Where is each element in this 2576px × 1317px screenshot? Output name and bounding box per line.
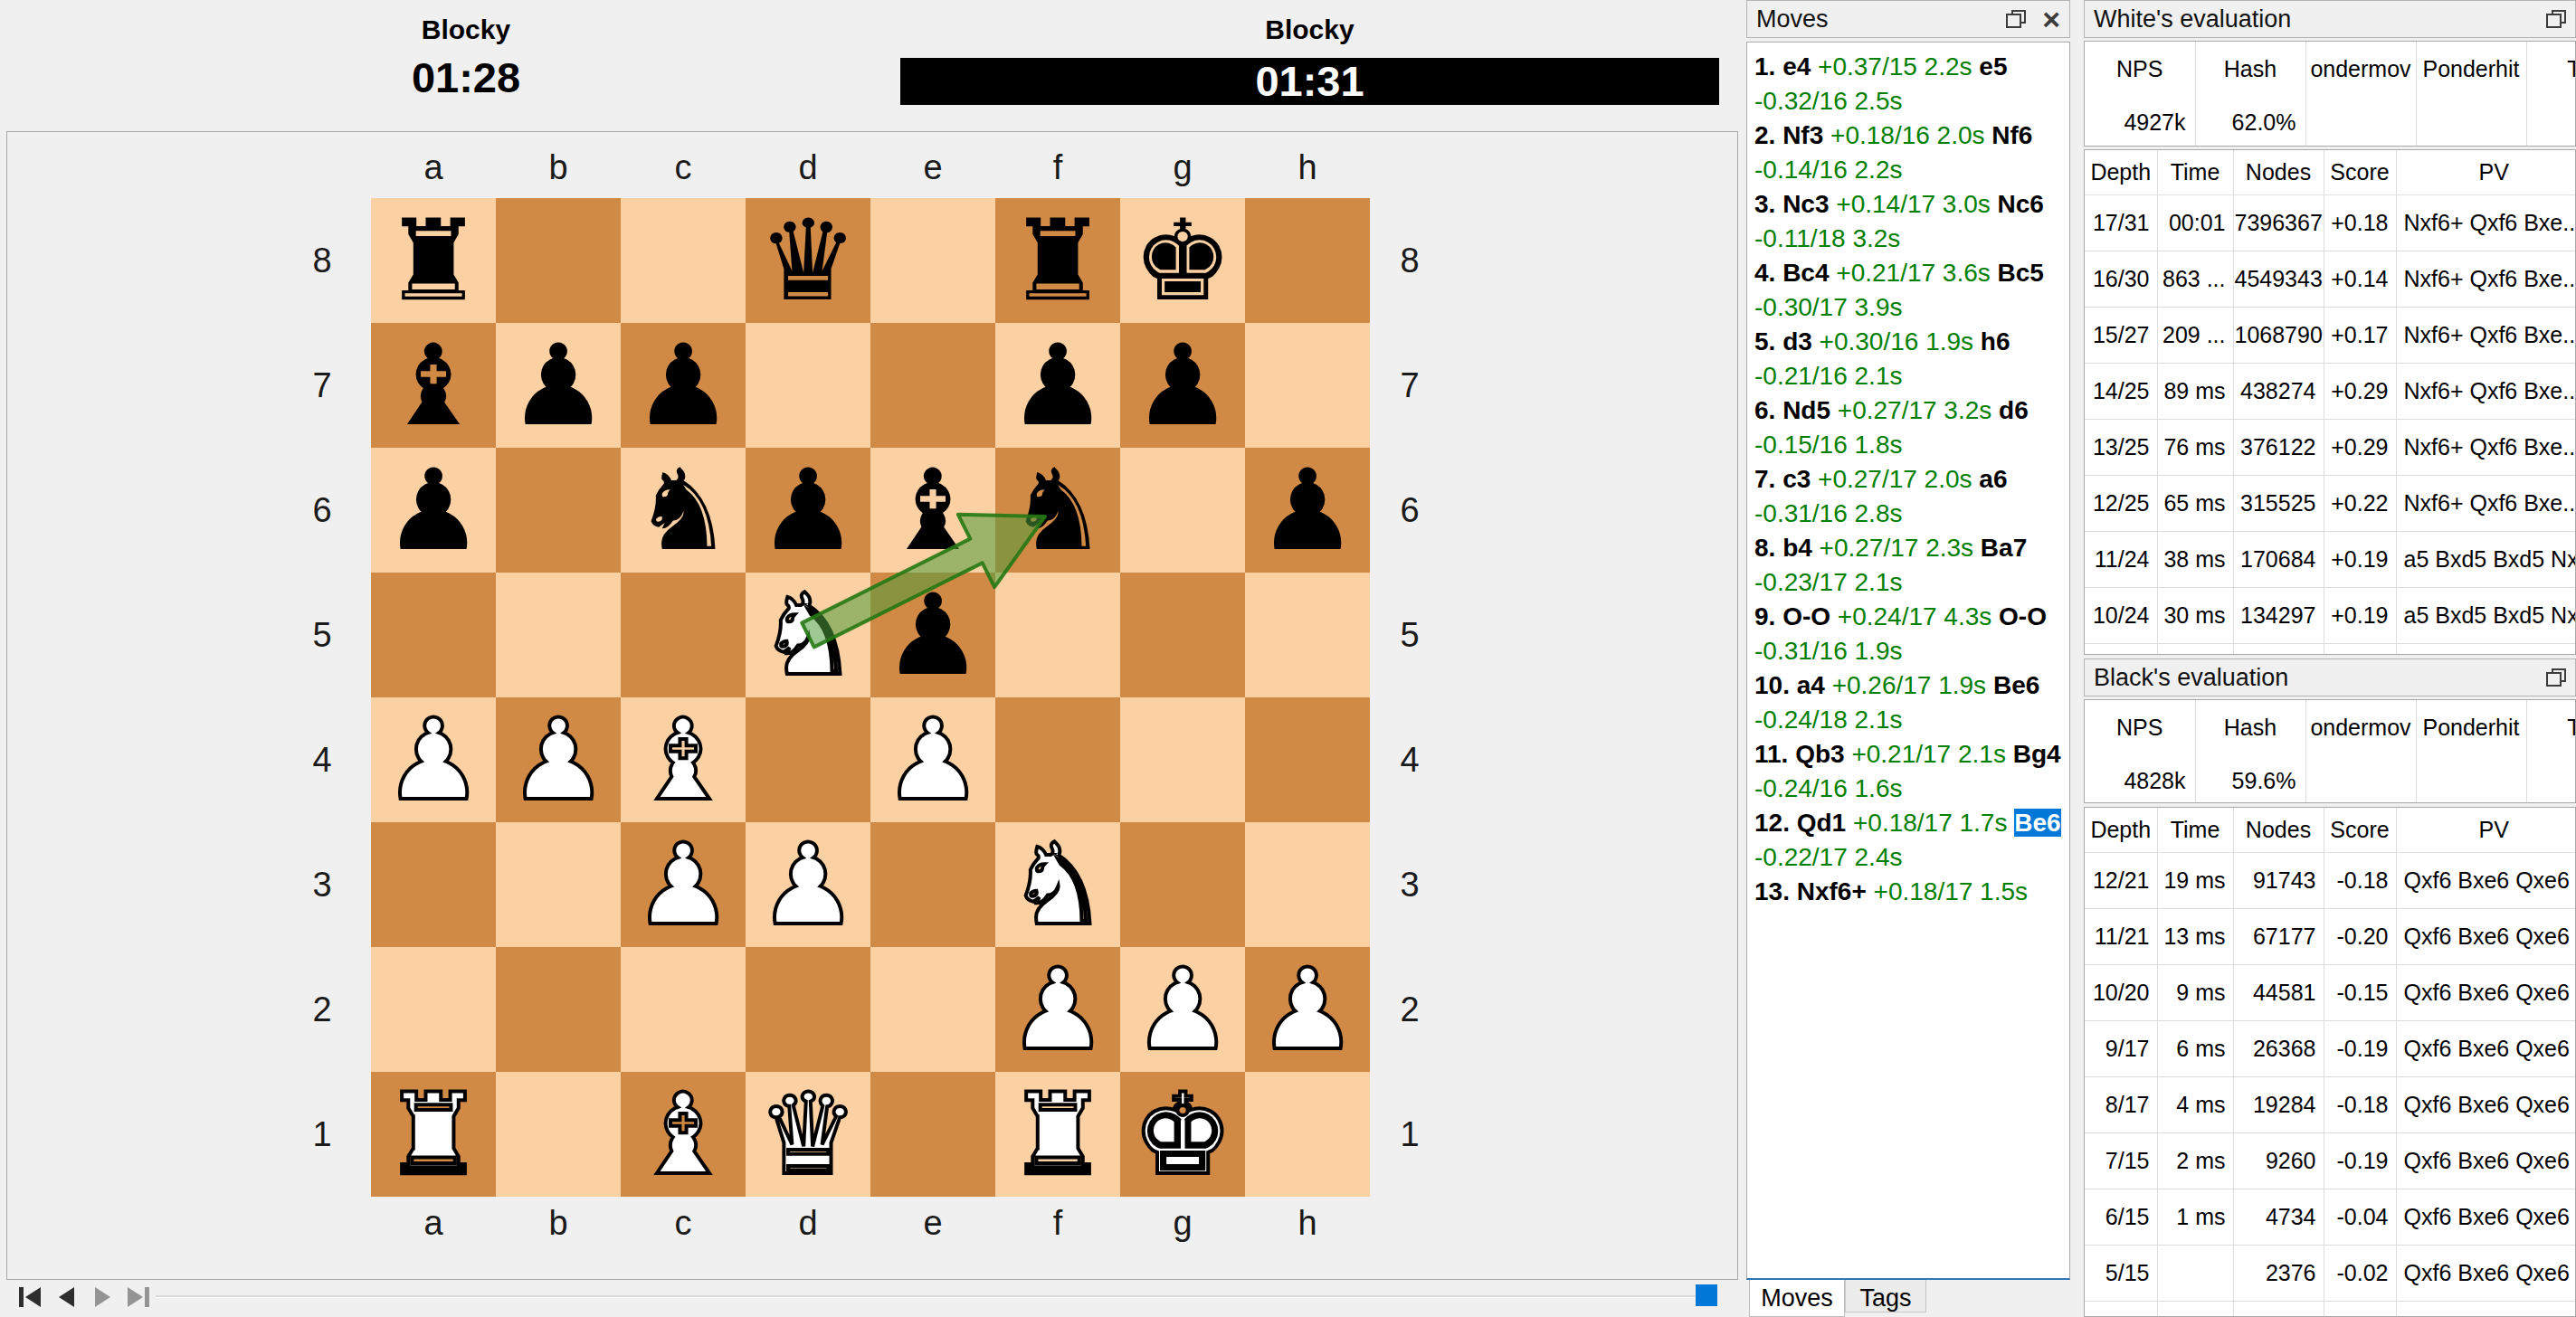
white-pawn: ♟ [371,697,496,822]
previous-move-button[interactable] [51,1284,81,1310]
white-eval-titlebar: White's evaluation [2084,0,2576,38]
square-a8[interactable]: ♜ [371,198,496,323]
black-eval-cell: 5/15 [2085,1246,2157,1302]
white-clock: 01:28 [81,54,851,101]
black-pawn: ♟ [746,448,870,573]
white-eval-cell: +0.17 [2324,308,2396,364]
square-g1[interactable]: ♚ [1120,1072,1245,1197]
square-e5[interactable]: ♟ [870,573,995,697]
move-9-white-eval: +0.24/17 4.3s [1830,602,1999,630]
move-10-white[interactable]: 10. a4 [1754,671,1825,699]
square-c3[interactable]: ♟ [621,822,746,947]
white-eval-cell: 23 ms [2157,644,2233,656]
white-eval-cell: 76 ms [2157,420,2233,476]
white-eval-stats: NPSHashondermovPonderhitTB4927k62.0% [2084,41,2576,147]
black-eval-cell: 67177 [2233,909,2324,965]
square-e2[interactable] [870,947,995,1072]
move-slider-track[interactable] [156,1295,1716,1298]
float-panel-icon[interactable] [2006,10,2026,28]
square-h1[interactable] [1245,1072,1370,1197]
white-eval-row-5: 12/2565 ms315525+0.22Nxf6+ Qxf6 Bxe... [2085,476,2576,532]
move-5-black[interactable]: h6 [1981,327,2010,355]
white-eval-cell: 89 ms [2157,364,2233,420]
file-labels-bottom: abcdefgh [371,1204,1370,1243]
square-h7[interactable] [1245,323,1370,448]
move-12-black-selected[interactable]: Be6 [2014,809,2060,837]
black-eval-cell: Qxf6 Bxe6 Qxe6 ... [2396,1246,2576,1302]
black-eval-cell: 19284 [2233,1077,2324,1133]
square-e3[interactable] [870,822,995,947]
move-12-black-eval: -0.22/17 2.4s [1754,840,2069,875]
black-eval-column-header-nodes[interactable]: Nodes [2233,808,2324,853]
skip-to-first-button[interactable] [14,1284,45,1310]
white-eval-column-header-depth[interactable]: Depth [2085,150,2157,195]
black-eval-cell: 91743 [2233,853,2324,909]
square-h3[interactable] [1245,822,1370,947]
file-label-c: c [621,1204,746,1243]
black-queen: ♛ [746,198,870,323]
square-b1[interactable] [496,1072,621,1197]
playback-controls [0,1278,1744,1317]
black-eval-cell: Qxf6 Bxe6 Qxe6 ... [2396,1077,2576,1133]
square-c2[interactable] [621,947,746,1072]
black-eval-column-header-score[interactable]: Score [2324,808,2396,853]
move-11-black-eval: -0.24/16 1.6s [1754,772,2069,806]
black-eval-cell: 4734 [2233,1189,2324,1246]
white-eval-cell: 15/27 [2085,308,2157,364]
move-10-black[interactable]: Be6 [1993,671,2039,699]
white-eval-cell: +0.29 [2324,420,2396,476]
black-eval-cell: Qxf6 Bxe6 Qxe6 ... [2396,909,2576,965]
rank-label-3: 3 [295,822,349,947]
white-eval-cell: Nxf6+ Qxf6 Bxe... [2396,420,2576,476]
black-eval-cell: Qxf6 Bxe6 Qxe6 ... [2396,1302,2576,1317]
white-eval-cell: 11/24 [2085,532,2157,588]
file-label-b: b [496,148,621,187]
white-eval-cell: 38 ms [2157,532,2233,588]
square-b2[interactable] [496,947,621,1072]
white-eval-cell: +0.22 [2324,476,2396,532]
square-e4[interactable]: ♟ [870,697,995,822]
black-eval-cell: 44581 [2233,965,2324,1021]
black-eval-cell: 2 ms [2157,1133,2233,1189]
square-d5[interactable]: ♞ [746,573,870,697]
black-eval-cell: 6/15 [2085,1189,2157,1246]
white-eval-row-8: 9/2323 ms100113+0.31a5 Bxd5 Bxd5 Nx... [2085,644,2576,656]
black-eval-cell: 2376 [2233,1246,2324,1302]
square-c1[interactable]: ♝ [621,1072,746,1197]
black-eval-cell [2157,1302,2233,1317]
white-eval-cell: Nxf6+ Qxf6 Bxe... [2396,195,2576,251]
white-rook: ♜ [995,1072,1120,1197]
white-eval-column-header-nodes[interactable]: Nodes [2233,150,2324,195]
move-7-white-eval: +0.27/17 2.0s [1811,465,1979,493]
black-eval-cell [2157,1246,2233,1302]
file-labels-top: abcdefgh [371,148,1370,187]
move-8-black-eval: -0.23/17 2.1s [1754,565,2069,600]
file-label-h: h [1245,148,1370,187]
square-g2[interactable]: ♟ [1120,947,1245,1072]
square-a1[interactable]: ♜ [371,1072,496,1197]
white-eval-cell: a5 Bxd5 Bxd5 Nx... [2396,532,2576,588]
black-pawn: ♟ [371,448,496,573]
white-eval-row-3: 14/2589 ms438274+0.29Nxf6+ Qxf6 Bxe... [2085,364,2576,420]
square-f3[interactable]: ♞ [995,822,1120,947]
square-a3[interactable] [371,822,496,947]
black-knight: ♞ [995,448,1120,573]
move-3-white[interactable]: 3. Nc3 [1754,190,1830,218]
square-h4[interactable] [1245,697,1370,822]
white-eval-cell: 17/31 [2085,195,2157,251]
move-slider-handle[interactable] [1696,1284,1717,1306]
tab-tags[interactable]: Tags [1845,1280,1926,1312]
black-eval-table[interactable]: DepthTimeNodesScorePV12/2119 ms91743-0.1… [2084,807,2576,1317]
rank-label-5: 5 [1383,573,1437,697]
white-eval-cell: 170684 [2233,532,2324,588]
square-g4[interactable] [1120,697,1245,822]
move-5-white[interactable]: 5. d3 [1754,327,1812,355]
square-h6[interactable]: ♟ [1245,448,1370,573]
square-b3[interactable] [496,822,621,947]
white-eval-cell: 16/30 [2085,251,2157,308]
white-eval-cell: 13/25 [2085,420,2157,476]
black-knight: ♞ [621,448,746,573]
white-eval-cell: 134297 [2233,588,2324,644]
square-a6[interactable]: ♟ [371,448,496,573]
white-eval-row-2: 15/27209 ...1068790+0.17Nxf6+ Qxf6 Bxe..… [2085,308,2576,364]
move-6-black[interactable]: d6 [1999,396,2029,424]
rank-label-8: 8 [295,198,349,323]
white-eval-cell: a5 Bxd5 Bxd5 Nx... [2396,644,2576,656]
black-eval-cell: Qxf6 Bxe6 Qxe6 ... [2396,1133,2576,1189]
black-king: ♚ [1120,198,1245,323]
move-2-black[interactable]: Nf6 [1991,121,2032,149]
file-label-f: f [995,148,1120,187]
white-eval-row-1: 16/30863 ...4549343+0.14Nxf6+ Qxf6 Bxe..… [2085,251,2576,308]
white-bishop: ♝ [621,1072,746,1197]
black-eval-column-header-depth[interactable]: Depth [2085,808,2157,853]
rank-labels-right: 87654321 [1383,198,1437,1197]
move-4-black-eval: -0.30/17 3.9s [1754,290,2069,325]
move-13-white[interactable]: 13. Nxf6+ [1754,877,1867,905]
white-eval-cell: +0.14 [2324,251,2396,308]
white-eval-cell: +0.29 [2324,364,2396,420]
white-eval-cell: 438274 [2233,364,2324,420]
square-h2[interactable]: ♟ [1245,947,1370,1072]
black-pawn: ♟ [621,323,746,448]
move-11-white[interactable]: 11. Qb3 [1754,740,1845,768]
square-f4[interactable] [995,697,1120,822]
black-eval-cell: Qxf6 Bxe6 Qxe6 ... [2396,853,2576,909]
move-7-white[interactable]: 7. c3 [1754,465,1811,493]
black-eval-titlebar: Black's evaluation [2084,658,2576,696]
white-eval-cell: 376122 [2233,420,2324,476]
black-rook: ♜ [371,198,496,323]
white-eval-column-header-score[interactable]: Score [2324,150,2396,195]
float-panel-icon[interactable] [2546,668,2566,687]
black-eval-stats: NPSHashondermovPonderhitTB4828k59.6% [2084,699,2576,803]
white-eval-cell: +0.18 [2324,195,2396,251]
move-4-white[interactable]: 4. Bc4 [1754,259,1830,287]
rank-label-6: 6 [1383,448,1437,573]
float-panel-icon[interactable] [2546,10,2566,28]
white-eval-stat-value [2526,96,2576,147]
black-eval-cell: Qxf6 Bxe6 Qxe6 ... [2396,1021,2576,1077]
moves-list[interactable]: 1. e4 +0.37/15 2.2s e5-0.32/16 2.5s2. Nf… [1746,42,2070,1280]
square-e6[interactable]: ♝ [870,448,995,573]
rank-label-7: 7 [1383,323,1437,448]
square-e1[interactable] [870,1072,995,1197]
bottom-tabbar: Moves Tags [1749,1280,1926,1317]
skip-to-last-button[interactable] [123,1284,154,1310]
move-2-white[interactable]: 2. Nf3 [1754,121,1823,149]
white-rook: ♜ [371,1072,496,1197]
move-6-white[interactable]: 6. Nd5 [1754,396,1830,424]
white-pawn: ♟ [1245,947,1370,1072]
square-a5[interactable] [371,573,496,697]
white-eval-cell: 12/25 [2085,476,2157,532]
skip-to-last-icon [128,1287,143,1307]
white-eval-cell: 30 ms [2157,588,2233,644]
black-eval-cell: -0.19 [2324,1133,2396,1189]
square-d7[interactable] [746,323,870,448]
black-eval-stat-value [2416,754,2526,803]
square-h5[interactable] [1245,573,1370,697]
black-bishop: ♝ [371,323,496,448]
black-eval-cell: 9260 [2233,1133,2324,1189]
rank-label-1: 1 [1383,1072,1437,1197]
white-eval-stat-value [2305,96,2416,147]
square-g3[interactable] [1120,822,1245,947]
white-pawn: ♟ [870,697,995,822]
move-3-black-eval: -0.11/18 3.2s [1754,222,2069,256]
white-eval-stat-header: TB [2526,42,2576,96]
file-label-b: b [496,1204,621,1243]
white-eval-row-0: 17/3100:017396367+0.18Nxf6+ Qxf6 Bxe... [2085,195,2576,251]
square-b8[interactable] [496,198,621,323]
white-eval-cell: 9/23 [2085,644,2157,656]
rank-label-1: 1 [295,1072,349,1197]
black-eval-cell: 7/15 [2085,1133,2157,1189]
move-8-white-eval: +0.27/17 2.3s [1812,534,1981,562]
black-pawn: ♟ [1120,323,1245,448]
rank-label-4: 4 [1383,697,1437,822]
file-label-e: e [870,148,995,187]
black-eval-cell: 9/17 [2085,1021,2157,1077]
moves-panel-title: Moves [1756,5,1829,33]
square-c4[interactable]: ♝ [621,697,746,822]
square-d6[interactable]: ♟ [746,448,870,573]
square-g7[interactable]: ♟ [1120,323,1245,448]
square-d1[interactable]: ♛ [746,1072,870,1197]
tab-moves[interactable]: Moves [1749,1280,1845,1317]
file-label-d: d [746,148,870,187]
white-knight: ♞ [746,573,870,697]
black-eval-stat-value [2305,754,2416,803]
file-label-a: a [371,148,496,187]
square-f8[interactable]: ♜ [995,198,1120,323]
move-5-white-eval: +0.30/16 1.9s [1812,327,1981,355]
square-d3[interactable]: ♟ [746,822,870,947]
move-12-white[interactable]: 12. Qd1 [1754,809,1846,837]
white-eval-cell: 863 ... [2157,251,2233,308]
chess-gui-window: { "game": "chess", "position": { "fen": … [0,0,2576,1317]
move-10-white-eval: +0.26/17 1.9s [1825,671,1993,699]
black-eval-column-header-pv[interactable]: PV [2396,808,2576,853]
black-rook: ♜ [995,198,1120,323]
black-eval-row-5: 7/152 ms9260-0.19Qxf6 Bxe6 Qxe6 ... [2085,1133,2576,1189]
black-eval-stat-header: NPS [2085,700,2195,754]
black-eval-cell: -0.20 [2324,909,2396,965]
move-8-black[interactable]: Ba7 [1981,534,2027,562]
white-king: ♚ [1120,1072,1245,1197]
move-2-black-eval: -0.14/16 2.2s [1754,153,2069,187]
move-13-white-eval: +0.18/17 1.5s [1867,877,2028,905]
white-eval-cell: 209 ... [2157,308,2233,364]
square-b5[interactable] [496,573,621,697]
white-eval-column-header-pv[interactable]: PV [2396,150,2576,195]
rank-label-2: 2 [1383,947,1437,1072]
move-7-black-eval: -0.31/16 2.8s [1754,497,2069,531]
black-eval-row-6: 6/151 ms4734-0.04Qxf6 Bxe6 Qxe6 ... [2085,1189,2576,1246]
square-f1[interactable]: ♜ [995,1072,1120,1197]
white-eval-row-6: 11/2438 ms170684+0.19a5 Bxd5 Bxd5 Nx... [2085,532,2576,588]
file-label-e: e [870,1204,995,1243]
black-eval-cell: 1 ms [2157,1189,2233,1246]
white-pawn: ♟ [995,947,1120,1072]
white-queen: ♛ [746,1072,870,1197]
next-move-icon [95,1287,110,1307]
move-1-black-eval: -0.32/16 2.5s [1754,84,2069,118]
move-2-white-eval: +0.18/16 2.0s [1823,121,1991,149]
square-c8[interactable] [621,198,746,323]
white-eval-cell: Nxf6+ Qxf6 Bxe... [2396,476,2576,532]
square-d8[interactable]: ♛ [746,198,870,323]
square-f5[interactable] [995,573,1120,697]
white-pawn: ♟ [621,822,746,947]
move-9-black-eval: -0.31/16 1.9s [1754,634,2069,668]
move-1-white[interactable]: 1. e4 [1754,52,1811,81]
move-1-white-eval: +0.37/15 2.2s [1811,52,1979,81]
square-a4[interactable]: ♟ [371,697,496,822]
white-pawn: ♟ [496,697,621,822]
white-eval-row-4: 13/2576 ms376122+0.29Nxf6+ Qxf6 Bxe... [2085,420,2576,476]
black-eval-stat-header: TB [2526,700,2576,754]
black-eval-cell: 4/15 [2085,1302,2157,1317]
close-icon[interactable]: × [2042,10,2060,28]
black-eval-cell: Qxf6 Bxe6 Qxe6 ... [2396,965,2576,1021]
square-d2[interactable] [746,947,870,1072]
black-eval-row-7: 5/152376-0.02Qxf6 Bxe6 Qxe6 ... [2085,1246,2576,1302]
white-eval-cell: Nxf6+ Qxf6 Bxe... [2396,364,2576,420]
square-h8[interactable] [1245,198,1370,323]
square-e8[interactable] [870,198,995,323]
move-9-black[interactable]: O-O [1999,602,2047,630]
move-6-white-eval: +0.27/17 3.2s [1830,396,1999,424]
rank-label-4: 4 [295,697,349,822]
file-label-g: g [1120,1204,1245,1243]
file-label-d: d [746,1204,870,1243]
white-eval-cell: 14/25 [2085,364,2157,420]
black-eval-row-4: 8/174 ms19284-0.18Qxf6 Bxe6 Qxe6 ... [2085,1077,2576,1133]
move-3-black[interactable]: Nc6 [1998,190,2044,218]
white-pawn: ♟ [746,822,870,947]
rank-label-2: 2 [295,947,349,1072]
black-eval-cell: 11/21 [2085,909,2157,965]
white-bishop: ♝ [621,697,746,822]
white-eval-row-7: 10/2430 ms134297+0.19a5 Bxd5 Bxd5 Nx... [2085,588,2576,644]
chess-board[interactable]: ♜♛♜♚♝♟♟♟♟♟♞♟♝♞♟♞♟♟♟♝♟♟♟♞♟♟♟♜♝♛♜♚ [371,198,1370,1197]
white-eval-cell: 100113 [2233,644,2324,656]
square-g6[interactable] [1120,448,1245,573]
move-11-black[interactable]: Bg4 [2013,740,2061,768]
black-eval-cell: 8/17 [2085,1077,2157,1133]
rank-label-6: 6 [295,448,349,573]
rank-labels-left: 87654321 [295,198,349,1197]
square-b7[interactable]: ♟ [496,323,621,448]
black-eval-cell: -0.19 [2324,1021,2396,1077]
white-eval-stat-header: Ponderhit [2416,42,2526,96]
square-f6[interactable]: ♞ [995,448,1120,573]
square-c7[interactable]: ♟ [621,323,746,448]
white-eval-cell: Nxf6+ Qxf6 Bxe... [2396,308,2576,364]
white-eval-stat-value: 62.0% [2195,96,2305,147]
black-eval-stat-header: Hash [2195,700,2305,754]
black-eval-stat-value [2526,754,2576,803]
square-a2[interactable] [371,947,496,1072]
file-label-c: c [621,148,746,187]
move-11-white-eval: +0.21/17 2.1s [1845,740,2013,768]
black-pawn: ♟ [995,323,1120,448]
white-eval-cell: +0.19 [2324,532,2396,588]
black-eval-cell: 10/20 [2085,965,2157,1021]
square-f7[interactable]: ♟ [995,323,1120,448]
white-eval-column-header-time[interactable]: Time [2157,150,2233,195]
move-4-white-eval: +0.21/17 3.6s [1830,259,1998,287]
white-eval-table[interactable]: DepthTimeNodesScorePV17/3100:017396367+0… [2084,149,2576,655]
move-10-black-eval: -0.24/18 2.1s [1754,703,2069,737]
move-9-white[interactable]: 9. O-O [1754,602,1830,630]
square-b4[interactable]: ♟ [496,697,621,822]
black-eval-cell: -0.18 [2324,1077,2396,1133]
black-eval-column-header-time[interactable]: Time [2157,808,2233,853]
white-eval-stat-value [2416,96,2526,147]
square-c6[interactable]: ♞ [621,448,746,573]
black-eval-cell: 6 ms [2157,1021,2233,1077]
square-e7[interactable] [870,323,995,448]
square-g8[interactable]: ♚ [1120,198,1245,323]
square-b6[interactable] [496,448,621,573]
next-move-button[interactable] [87,1284,118,1310]
white-player-name: Blocky [81,14,851,45]
square-c5[interactable] [621,573,746,697]
move-1-black[interactable]: e5 [1979,52,2007,81]
black-eval-stat-header: Ponderhit [2416,700,2526,754]
move-3-white-eval: +0.14/17 3.0s [1830,190,1998,218]
square-f2[interactable]: ♟ [995,947,1120,1072]
black-eval-stat-value: 4828k [2085,754,2195,803]
black-pawn: ♟ [870,573,995,697]
move-7-black[interactable]: a6 [1979,465,2007,493]
square-a7[interactable]: ♝ [371,323,496,448]
move-8-white[interactable]: 8. b4 [1754,534,1812,562]
white-eval-cell: +0.31 [2324,644,2396,656]
square-g5[interactable] [1120,573,1245,697]
black-eval-cell: 12/21 [2085,853,2157,909]
move-4-black[interactable]: Bc5 [1998,259,2044,287]
square-d4[interactable] [746,697,870,822]
black-eval-cell: -0.02 [2324,1246,2396,1302]
